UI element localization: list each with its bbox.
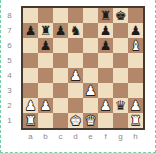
square-b5[interactable]: [38, 53, 53, 68]
piece-black-rook[interactable]: ♜: [38, 23, 53, 38]
square-h5[interactable]: [128, 53, 143, 68]
piece-black-pawn[interactable]: ♟: [98, 38, 113, 53]
piece-black-king[interactable]: ♚: [113, 8, 128, 23]
square-g8[interactable]: ♚: [113, 8, 128, 23]
square-c1[interactable]: [53, 113, 68, 128]
square-e4[interactable]: [83, 68, 98, 83]
piece-white-pawn[interactable]: ♟: [98, 98, 113, 113]
square-e5[interactable]: [83, 53, 98, 68]
square-e2[interactable]: [83, 98, 98, 113]
chess-board-frame: ♜♚♟♜♟♞♟♟♟♟♝♟♟♟♟♟♛♟♜♚♛♜: [21, 6, 145, 130]
square-h3[interactable]: [128, 83, 143, 98]
file-label-d: d: [68, 131, 83, 143]
piece-white-pawn[interactable]: ♟: [23, 98, 38, 113]
square-g3[interactable]: [113, 83, 128, 98]
rank-label-7: 7: [0, 23, 19, 38]
chess-board[interactable]: ♜♚♟♜♟♞♟♟♟♟♝♟♟♟♟♟♛♟♜♚♛♜: [23, 8, 143, 128]
square-a1[interactable]: ♜: [23, 113, 38, 128]
square-a2[interactable]: ♟: [23, 98, 38, 113]
square-f4[interactable]: [98, 68, 113, 83]
square-h2[interactable]: ♟: [128, 98, 143, 113]
square-b2[interactable]: ♟: [38, 98, 53, 113]
piece-black-pawn[interactable]: ♟: [38, 38, 53, 53]
square-f2[interactable]: ♟: [98, 98, 113, 113]
rank-label-2: 2: [0, 98, 19, 113]
square-f3[interactable]: [98, 83, 113, 98]
piece-white-queen[interactable]: ♛: [83, 113, 98, 128]
square-h6[interactable]: ♝: [128, 38, 143, 53]
piece-white-rook[interactable]: ♜: [23, 113, 38, 128]
square-a8[interactable]: [23, 8, 38, 23]
square-d2[interactable]: [68, 98, 83, 113]
file-label-h: h: [128, 131, 143, 143]
rank-label-3: 3: [0, 83, 19, 98]
square-d1[interactable]: ♚: [68, 113, 83, 128]
square-h4[interactable]: [128, 68, 143, 83]
square-a7[interactable]: ♟: [23, 23, 38, 38]
square-d4[interactable]: ♟: [68, 68, 83, 83]
square-f8[interactable]: ♜: [98, 8, 113, 23]
file-label-f: f: [98, 131, 113, 143]
piece-white-pawn[interactable]: ♟: [83, 83, 98, 98]
square-e6[interactable]: [83, 38, 98, 53]
square-b3[interactable]: [38, 83, 53, 98]
square-d6[interactable]: [68, 38, 83, 53]
square-e1[interactable]: ♛: [83, 113, 98, 128]
piece-black-queen[interactable]: ♛: [113, 98, 128, 113]
rank-label-6: 6: [0, 38, 19, 53]
square-d7[interactable]: ♞: [68, 23, 83, 38]
square-c6[interactable]: [53, 38, 68, 53]
square-c2[interactable]: [53, 98, 68, 113]
square-d8[interactable]: [68, 8, 83, 23]
square-b1[interactable]: [38, 113, 53, 128]
square-a6[interactable]: [23, 38, 38, 53]
piece-white-pawn[interactable]: ♟: [128, 98, 143, 113]
piece-black-pawn[interactable]: ♟: [53, 23, 68, 38]
rank-label-1: 1: [0, 113, 19, 128]
piece-black-pawn[interactable]: ♟: [98, 23, 113, 38]
file-label-c: c: [53, 131, 68, 143]
square-h1[interactable]: ♜: [128, 113, 143, 128]
square-d5[interactable]: [68, 53, 83, 68]
square-g4[interactable]: [113, 68, 128, 83]
piece-white-king[interactable]: ♚: [68, 113, 83, 128]
square-c7[interactable]: ♟: [53, 23, 68, 38]
file-label-a: a: [23, 131, 38, 143]
square-c4[interactable]: [53, 68, 68, 83]
square-g2[interactable]: ♛: [113, 98, 128, 113]
piece-black-knight[interactable]: ♞: [68, 23, 83, 38]
square-e3[interactable]: ♟: [83, 83, 98, 98]
square-b4[interactable]: [38, 68, 53, 83]
square-c8[interactable]: [53, 8, 68, 23]
file-label-g: g: [113, 131, 128, 143]
square-b7[interactable]: ♜: [38, 23, 53, 38]
rank-labels: 87654321: [0, 8, 19, 128]
file-label-b: b: [38, 131, 53, 143]
piece-white-pawn[interactable]: ♟: [68, 68, 83, 83]
square-f7[interactable]: ♟: [98, 23, 113, 38]
square-c5[interactable]: [53, 53, 68, 68]
square-f1[interactable]: [98, 113, 113, 128]
file-labels: abcdefgh: [23, 131, 143, 143]
square-b8[interactable]: [38, 8, 53, 23]
file-label-e: e: [83, 131, 98, 143]
rank-label-8: 8: [0, 8, 19, 23]
square-g1[interactable]: [113, 113, 128, 128]
square-a3[interactable]: [23, 83, 38, 98]
square-h8[interactable]: [128, 8, 143, 23]
piece-black-pawn[interactable]: ♟: [128, 23, 143, 38]
square-g7[interactable]: [113, 23, 128, 38]
rank-label-4: 4: [0, 68, 19, 83]
square-b6[interactable]: ♟: [38, 38, 53, 53]
piece-white-bishop[interactable]: ♝: [128, 38, 143, 53]
piece-white-rook[interactable]: ♜: [128, 113, 143, 128]
square-a5[interactable]: [23, 53, 38, 68]
square-a4[interactable]: [23, 68, 38, 83]
square-e7[interactable]: [83, 23, 98, 38]
square-c3[interactable]: [53, 83, 68, 98]
piece-white-pawn[interactable]: ♟: [38, 98, 53, 113]
square-f6[interactable]: ♟: [98, 38, 113, 53]
square-g5[interactable]: [113, 53, 128, 68]
square-g6[interactable]: [113, 38, 128, 53]
square-e8[interactable]: [83, 8, 98, 23]
piece-black-pawn[interactable]: ♟: [23, 23, 38, 38]
square-f5[interactable]: [98, 53, 113, 68]
rank-label-5: 5: [0, 53, 19, 68]
piece-black-rook[interactable]: ♜: [98, 8, 113, 23]
square-d3[interactable]: [68, 83, 83, 98]
square-h7[interactable]: ♟: [128, 23, 143, 38]
